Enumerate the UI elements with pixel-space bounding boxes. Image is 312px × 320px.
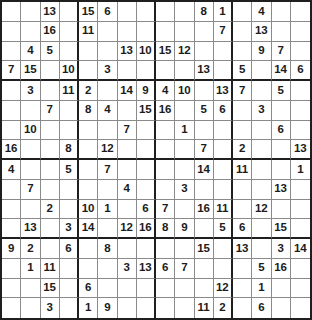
cell-r6c3[interactable]: 7 bbox=[41, 101, 60, 121]
cell-r14c9[interactable]: 6 bbox=[156, 259, 175, 279]
cell-r12c5[interactable]: 14 bbox=[79, 219, 98, 239]
cell-r7c16[interactable] bbox=[291, 121, 310, 141]
cell-r9c8[interactable] bbox=[137, 160, 156, 180]
cell-r4c9[interactable] bbox=[156, 61, 175, 81]
cell-r11c7[interactable] bbox=[118, 200, 137, 220]
cell-r12c8[interactable]: 16 bbox=[137, 219, 156, 239]
cell-r9c4[interactable]: 5 bbox=[60, 160, 79, 180]
cell-r5c4[interactable]: 11 bbox=[60, 81, 79, 101]
cell-r8c11[interactable]: 7 bbox=[195, 140, 214, 160]
cell-r11c3[interactable]: 2 bbox=[41, 200, 60, 220]
cell-r8c1[interactable]: 16 bbox=[2, 140, 21, 160]
cell-r7c6[interactable] bbox=[98, 121, 117, 141]
cell-r9c2[interactable] bbox=[21, 160, 40, 180]
cell-r15c2[interactable] bbox=[21, 279, 40, 299]
cell-r9c3[interactable] bbox=[41, 160, 60, 180]
cell-r11c12[interactable]: 11 bbox=[214, 200, 233, 220]
cell-r1c16[interactable] bbox=[291, 2, 310, 22]
cell-r2c14[interactable]: 13 bbox=[252, 22, 271, 42]
cell-r13c9[interactable] bbox=[156, 239, 175, 259]
cell-r5c5[interactable]: 2 bbox=[79, 81, 98, 101]
cell-r7c15[interactable]: 6 bbox=[272, 121, 291, 141]
cell-r15c6[interactable] bbox=[98, 279, 117, 299]
cell-r15c5[interactable]: 6 bbox=[79, 279, 98, 299]
cell-r15c11[interactable] bbox=[195, 279, 214, 299]
cell-r15c10[interactable] bbox=[175, 279, 194, 299]
cell-r15c1[interactable] bbox=[2, 279, 21, 299]
cell-r2c6[interactable] bbox=[98, 22, 117, 42]
cell-r7c12[interactable] bbox=[214, 121, 233, 141]
cell-r11c16[interactable] bbox=[291, 200, 310, 220]
cell-r15c13[interactable] bbox=[233, 279, 252, 299]
cell-r14c12[interactable] bbox=[214, 259, 233, 279]
cell-r15c15[interactable] bbox=[272, 279, 291, 299]
cell-r5c2[interactable]: 3 bbox=[21, 81, 40, 101]
cell-r2c16[interactable] bbox=[291, 22, 310, 42]
cell-r2c8[interactable] bbox=[137, 22, 156, 42]
cell-r4c2[interactable]: 15 bbox=[21, 61, 40, 81]
cell-r8c10[interactable] bbox=[175, 140, 194, 160]
cell-r7c5[interactable] bbox=[79, 121, 98, 141]
cell-r2c13[interactable] bbox=[233, 22, 252, 42]
cell-r7c13[interactable] bbox=[233, 121, 252, 141]
cell-r7c11[interactable] bbox=[195, 121, 214, 141]
cell-r7c8[interactable] bbox=[137, 121, 156, 141]
cell-r10c6[interactable] bbox=[98, 180, 117, 200]
cell-r13c16[interactable]: 14 bbox=[291, 239, 310, 259]
cell-r16c2[interactable] bbox=[21, 298, 40, 318]
cell-r7c7[interactable]: 7 bbox=[118, 121, 137, 141]
cell-r9c12[interactable] bbox=[214, 160, 233, 180]
cell-r6c4[interactable] bbox=[60, 101, 79, 121]
cell-r8c8[interactable] bbox=[137, 140, 156, 160]
cell-r14c14[interactable]: 5 bbox=[252, 259, 271, 279]
cell-r1c8[interactable] bbox=[137, 2, 156, 22]
cell-r13c11[interactable]: 15 bbox=[195, 239, 214, 259]
cell-r5c15[interactable]: 5 bbox=[272, 81, 291, 101]
cell-r1c14[interactable]: 4 bbox=[252, 2, 271, 22]
cell-r3c7[interactable]: 13 bbox=[118, 42, 137, 62]
cell-r8c3[interactable] bbox=[41, 140, 60, 160]
cell-r1c11[interactable]: 8 bbox=[195, 2, 214, 22]
cell-r7c4[interactable] bbox=[60, 121, 79, 141]
cell-r16c9[interactable] bbox=[156, 298, 175, 318]
cell-r8c6[interactable]: 12 bbox=[98, 140, 117, 160]
cell-r1c15[interactable] bbox=[272, 2, 291, 22]
cell-r16c8[interactable] bbox=[137, 298, 156, 318]
cell-r3c14[interactable]: 9 bbox=[252, 42, 271, 62]
cell-r3c11[interactable] bbox=[195, 42, 214, 62]
cell-r6c15[interactable] bbox=[272, 101, 291, 121]
cell-r4c13[interactable]: 5 bbox=[233, 61, 252, 81]
cell-r12c7[interactable]: 12 bbox=[118, 219, 137, 239]
cell-r9c14[interactable] bbox=[252, 160, 271, 180]
cell-r7c3[interactable] bbox=[41, 121, 60, 141]
cell-r3c8[interactable]: 10 bbox=[137, 42, 156, 62]
cell-r10c16[interactable] bbox=[291, 180, 310, 200]
cell-r3c1[interactable] bbox=[2, 42, 21, 62]
cell-r10c3[interactable] bbox=[41, 180, 60, 200]
cell-r16c16[interactable] bbox=[291, 298, 310, 318]
cell-r8c13[interactable]: 2 bbox=[233, 140, 252, 160]
cell-r1c6[interactable]: 6 bbox=[98, 2, 117, 22]
cell-r14c15[interactable]: 16 bbox=[272, 259, 291, 279]
cell-r14c7[interactable]: 3 bbox=[118, 259, 137, 279]
cell-r13c4[interactable]: 6 bbox=[60, 239, 79, 259]
cell-r13c15[interactable]: 3 bbox=[272, 239, 291, 259]
cell-r2c3[interactable]: 16 bbox=[41, 22, 60, 42]
cell-r3c6[interactable] bbox=[98, 42, 117, 62]
cell-r9c9[interactable] bbox=[156, 160, 175, 180]
cell-r2c11[interactable] bbox=[195, 22, 214, 42]
cell-r10c2[interactable]: 7 bbox=[21, 180, 40, 200]
cell-r16c6[interactable]: 9 bbox=[98, 298, 117, 318]
cell-r16c1[interactable] bbox=[2, 298, 21, 318]
cell-r1c3[interactable]: 13 bbox=[41, 2, 60, 22]
cell-r15c16[interactable] bbox=[291, 279, 310, 299]
cell-r10c12[interactable] bbox=[214, 180, 233, 200]
cell-r15c14[interactable]: 1 bbox=[252, 279, 271, 299]
cell-r12c2[interactable]: 13 bbox=[21, 219, 40, 239]
cell-r8c14[interactable] bbox=[252, 140, 271, 160]
cell-r6c10[interactable] bbox=[175, 101, 194, 121]
cell-r14c4[interactable] bbox=[60, 259, 79, 279]
cell-r3c9[interactable]: 15 bbox=[156, 42, 175, 62]
cell-r12c12[interactable]: 5 bbox=[214, 219, 233, 239]
cell-r14c1[interactable] bbox=[2, 259, 21, 279]
cell-r8c12[interactable] bbox=[214, 140, 233, 160]
cell-r16c12[interactable]: 2 bbox=[214, 298, 233, 318]
cell-r6c12[interactable]: 6 bbox=[214, 101, 233, 121]
cell-r3c10[interactable]: 12 bbox=[175, 42, 194, 62]
cell-r5c11[interactable] bbox=[195, 81, 214, 101]
cell-r13c8[interactable] bbox=[137, 239, 156, 259]
cell-r13c10[interactable] bbox=[175, 239, 194, 259]
cell-r12c15[interactable]: 15 bbox=[272, 219, 291, 239]
cell-r9c6[interactable]: 7 bbox=[98, 160, 117, 180]
cell-r11c9[interactable]: 7 bbox=[156, 200, 175, 220]
cell-r5c8[interactable]: 9 bbox=[137, 81, 156, 101]
cell-r12c16[interactable] bbox=[291, 219, 310, 239]
cell-r3c3[interactable]: 5 bbox=[41, 42, 60, 62]
cell-r14c5[interactable] bbox=[79, 259, 98, 279]
cell-r11c1[interactable] bbox=[2, 200, 21, 220]
cell-r5c7[interactable]: 14 bbox=[118, 81, 137, 101]
cell-r8c16[interactable]: 13 bbox=[291, 140, 310, 160]
cell-r12c4[interactable]: 3 bbox=[60, 219, 79, 239]
cell-r3c12[interactable] bbox=[214, 42, 233, 62]
cell-r5c10[interactable]: 10 bbox=[175, 81, 194, 101]
cell-r12c3[interactable] bbox=[41, 219, 60, 239]
cell-r5c6[interactable] bbox=[98, 81, 117, 101]
cell-r9c7[interactable] bbox=[118, 160, 137, 180]
cell-r3c13[interactable] bbox=[233, 42, 252, 62]
cell-r12c1[interactable] bbox=[2, 219, 21, 239]
cell-r10c8[interactable] bbox=[137, 180, 156, 200]
cell-r2c10[interactable] bbox=[175, 22, 194, 42]
cell-r8c5[interactable] bbox=[79, 140, 98, 160]
cell-r4c5[interactable] bbox=[79, 61, 98, 81]
cell-r1c12[interactable]: 1 bbox=[214, 2, 233, 22]
cell-r14c2[interactable]: 1 bbox=[21, 259, 40, 279]
cell-r6c8[interactable]: 15 bbox=[137, 101, 156, 121]
cell-r11c5[interactable]: 10 bbox=[79, 200, 98, 220]
cell-r8c4[interactable]: 8 bbox=[60, 140, 79, 160]
cell-r7c10[interactable]: 1 bbox=[175, 121, 194, 141]
cell-r14c6[interactable] bbox=[98, 259, 117, 279]
cell-r9c10[interactable] bbox=[175, 160, 194, 180]
cell-r5c3[interactable] bbox=[41, 81, 60, 101]
cell-r12c10[interactable]: 9 bbox=[175, 219, 194, 239]
cell-r10c10[interactable]: 3 bbox=[175, 180, 194, 200]
cell-r4c6[interactable]: 3 bbox=[98, 61, 117, 81]
cell-r4c14[interactable] bbox=[252, 61, 271, 81]
cell-r5c14[interactable] bbox=[252, 81, 271, 101]
cell-r4c1[interactable]: 7 bbox=[2, 61, 21, 81]
cell-r2c2[interactable] bbox=[21, 22, 40, 42]
cell-r15c8[interactable] bbox=[137, 279, 156, 299]
cell-r1c4[interactable] bbox=[60, 2, 79, 22]
cell-r6c9[interactable]: 16 bbox=[156, 101, 175, 121]
cell-r6c16[interactable] bbox=[291, 101, 310, 121]
cell-r16c14[interactable]: 6 bbox=[252, 298, 271, 318]
cell-r11c8[interactable]: 6 bbox=[137, 200, 156, 220]
cell-r7c2[interactable]: 10 bbox=[21, 121, 40, 141]
cell-r3c2[interactable]: 4 bbox=[21, 42, 40, 62]
cell-r10c5[interactable] bbox=[79, 180, 98, 200]
cell-r6c14[interactable]: 3 bbox=[252, 101, 271, 121]
cell-r9c13[interactable]: 11 bbox=[233, 160, 252, 180]
sudoku-board: 1315681416117134513101512977151031351463… bbox=[0, 0, 312, 320]
cell-r10c13[interactable] bbox=[233, 180, 252, 200]
cell-r11c15[interactable] bbox=[272, 200, 291, 220]
cell-r10c11[interactable] bbox=[195, 180, 214, 200]
cell-r8c7[interactable] bbox=[118, 140, 137, 160]
cell-r5c16[interactable] bbox=[291, 81, 310, 101]
cell-r4c11[interactable]: 13 bbox=[195, 61, 214, 81]
cell-r16c4[interactable] bbox=[60, 298, 79, 318]
cell-r5c12[interactable]: 13 bbox=[214, 81, 233, 101]
cell-r4c8[interactable] bbox=[137, 61, 156, 81]
cell-r12c9[interactable]: 8 bbox=[156, 219, 175, 239]
cell-r14c11[interactable] bbox=[195, 259, 214, 279]
cell-r13c7[interactable] bbox=[118, 239, 137, 259]
cell-r1c10[interactable] bbox=[175, 2, 194, 22]
cell-r10c9[interactable] bbox=[156, 180, 175, 200]
cell-r4c10[interactable] bbox=[175, 61, 194, 81]
cell-r8c15[interactable] bbox=[272, 140, 291, 160]
cell-r2c15[interactable] bbox=[272, 22, 291, 42]
cell-r6c1[interactable] bbox=[2, 101, 21, 121]
cell-r13c5[interactable] bbox=[79, 239, 98, 259]
cell-r16c3[interactable]: 3 bbox=[41, 298, 60, 318]
cell-r9c5[interactable] bbox=[79, 160, 98, 180]
cell-r13c14[interactable] bbox=[252, 239, 271, 259]
cell-r4c12[interactable] bbox=[214, 61, 233, 81]
cell-r8c9[interactable] bbox=[156, 140, 175, 160]
cell-r14c10[interactable]: 7 bbox=[175, 259, 194, 279]
cell-r12c13[interactable]: 6 bbox=[233, 219, 252, 239]
cell-r6c6[interactable]: 4 bbox=[98, 101, 117, 121]
cell-r9c16[interactable]: 1 bbox=[291, 160, 310, 180]
cell-r2c9[interactable] bbox=[156, 22, 175, 42]
cell-r7c14[interactable] bbox=[252, 121, 271, 141]
cell-r16c11[interactable]: 11 bbox=[195, 298, 214, 318]
cell-r7c1[interactable] bbox=[2, 121, 21, 141]
cell-r4c15[interactable]: 14 bbox=[272, 61, 291, 81]
cell-r3c4[interactable] bbox=[60, 42, 79, 62]
cell-r2c7[interactable] bbox=[118, 22, 137, 42]
cell-r2c5[interactable]: 11 bbox=[79, 22, 98, 42]
cell-r1c2[interactable] bbox=[21, 2, 40, 22]
cell-r11c11[interactable]: 16 bbox=[195, 200, 214, 220]
cell-r10c7[interactable]: 4 bbox=[118, 180, 137, 200]
cell-r11c2[interactable] bbox=[21, 200, 40, 220]
cell-r16c15[interactable] bbox=[272, 298, 291, 318]
cell-r11c14[interactable]: 12 bbox=[252, 200, 271, 220]
cell-r13c2[interactable]: 2 bbox=[21, 239, 40, 259]
cell-r3c15[interactable]: 7 bbox=[272, 42, 291, 62]
cell-r13c1[interactable]: 9 bbox=[2, 239, 21, 259]
cell-r11c4[interactable] bbox=[60, 200, 79, 220]
cell-r5c9[interactable]: 4 bbox=[156, 81, 175, 101]
cell-r6c11[interactable]: 5 bbox=[195, 101, 214, 121]
cell-r10c14[interactable] bbox=[252, 180, 271, 200]
cell-r9c1[interactable]: 4 bbox=[2, 160, 21, 180]
cell-r16c7[interactable] bbox=[118, 298, 137, 318]
cell-r14c16[interactable] bbox=[291, 259, 310, 279]
cell-r15c3[interactable]: 15 bbox=[41, 279, 60, 299]
cell-r3c5[interactable] bbox=[79, 42, 98, 62]
cell-r15c9[interactable] bbox=[156, 279, 175, 299]
cell-r12c11[interactable] bbox=[195, 219, 214, 239]
cell-r10c4[interactable] bbox=[60, 180, 79, 200]
cell-r12c14[interactable] bbox=[252, 219, 271, 239]
cell-r15c12[interactable]: 12 bbox=[214, 279, 233, 299]
cell-r9c11[interactable]: 14 bbox=[195, 160, 214, 180]
cell-r10c1[interactable] bbox=[2, 180, 21, 200]
cell-r13c12[interactable] bbox=[214, 239, 233, 259]
cell-r10c15[interactable]: 13 bbox=[272, 180, 291, 200]
cell-r16c5[interactable]: 1 bbox=[79, 298, 98, 318]
cell-r4c7[interactable] bbox=[118, 61, 137, 81]
cell-r1c9[interactable] bbox=[156, 2, 175, 22]
cell-r6c7[interactable] bbox=[118, 101, 137, 121]
cell-r13c3[interactable] bbox=[41, 239, 60, 259]
cell-r4c4[interactable]: 10 bbox=[60, 61, 79, 81]
cell-r9c15[interactable] bbox=[272, 160, 291, 180]
cell-r11c10[interactable] bbox=[175, 200, 194, 220]
cell-r5c13[interactable]: 7 bbox=[233, 81, 252, 101]
cell-r16c10[interactable] bbox=[175, 298, 194, 318]
cell-r12c6[interactable] bbox=[98, 219, 117, 239]
cell-r15c4[interactable] bbox=[60, 279, 79, 299]
cell-r13c13[interactable]: 13 bbox=[233, 239, 252, 259]
cell-r13c6[interactable]: 8 bbox=[98, 239, 117, 259]
cell-r5c1[interactable] bbox=[2, 81, 21, 101]
cell-r7c9[interactable] bbox=[156, 121, 175, 141]
cell-r4c16[interactable]: 6 bbox=[291, 61, 310, 81]
cell-r11c13[interactable] bbox=[233, 200, 252, 220]
cell-r14c3[interactable]: 11 bbox=[41, 259, 60, 279]
cell-r14c13[interactable] bbox=[233, 259, 252, 279]
cell-r1c1[interactable] bbox=[2, 2, 21, 22]
cell-r3c16[interactable] bbox=[291, 42, 310, 62]
cell-r4c3[interactable] bbox=[41, 61, 60, 81]
cell-r1c5[interactable]: 15 bbox=[79, 2, 98, 22]
cell-r2c4[interactable] bbox=[60, 22, 79, 42]
cell-r2c12[interactable]: 7 bbox=[214, 22, 233, 42]
cell-r8c2[interactable] bbox=[21, 140, 40, 160]
cell-r15c7[interactable] bbox=[118, 279, 137, 299]
cell-r6c13[interactable] bbox=[233, 101, 252, 121]
cell-r1c7[interactable] bbox=[118, 2, 137, 22]
cell-r16c13[interactable] bbox=[233, 298, 252, 318]
cell-r14c8[interactable]: 13 bbox=[137, 259, 156, 279]
cell-r6c5[interactable]: 8 bbox=[79, 101, 98, 121]
cell-r1c13[interactable] bbox=[233, 2, 252, 22]
cell-r11c6[interactable]: 1 bbox=[98, 200, 117, 220]
cell-r2c1[interactable] bbox=[2, 22, 21, 42]
cell-r6c2[interactable] bbox=[21, 101, 40, 121]
